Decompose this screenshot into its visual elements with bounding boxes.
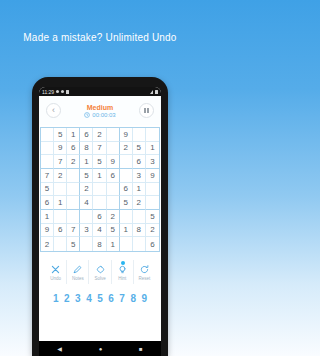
- solve-button[interactable]: Solve: [88, 260, 110, 284]
- cell-r7c3[interactable]: [67, 210, 80, 224]
- cell-r2c6[interactable]: [107, 142, 120, 156]
- cell-r5c4[interactable]: 2: [80, 183, 93, 197]
- cell-r3c6[interactable]: 9: [107, 155, 120, 169]
- undo-button[interactable]: Undo: [45, 260, 66, 284]
- cell-r5c9[interactable]: [146, 183, 159, 197]
- tool-label: Reset: [139, 276, 151, 281]
- numpad-5[interactable]: 5: [97, 293, 103, 304]
- cell-r7c5[interactable]: 6: [93, 210, 106, 224]
- cell-r8c3[interactable]: 7: [67, 224, 80, 238]
- undo-icon: [50, 264, 61, 275]
- cell-r1c8[interactable]: [133, 128, 146, 142]
- cell-r6c3[interactable]: [67, 196, 80, 210]
- cell-r5c8[interactable]: 1: [133, 183, 146, 197]
- tool-label: Hint: [118, 276, 126, 281]
- notes-button[interactable]: Notes: [66, 260, 88, 284]
- cell-r2c9[interactable]: 1: [146, 142, 159, 156]
- notification-icon: [56, 90, 59, 93]
- back-button[interactable]: ‹: [46, 103, 61, 118]
- cell-r1c1[interactable]: [41, 128, 54, 142]
- number-pad: 123456789: [39, 293, 161, 304]
- cell-r1c5[interactable]: 2: [93, 128, 106, 142]
- hint-badge: [121, 261, 125, 265]
- cell-r8c5[interactable]: 4: [93, 224, 106, 238]
- cell-r9c1[interactable]: 2: [41, 237, 54, 251]
- status-time: 11:29: [42, 89, 54, 95]
- cell-r4c7[interactable]: [120, 169, 133, 183]
- notes-icon: [72, 264, 83, 275]
- cell-r9c3[interactable]: 5: [67, 237, 80, 251]
- cell-r2c7[interactable]: 2: [120, 142, 133, 156]
- reset-icon: [139, 264, 150, 275]
- cell-r2c1[interactable]: [41, 142, 54, 156]
- cell-r4c5[interactable]: 1: [93, 169, 106, 183]
- hint-button[interactable]: Hint: [111, 260, 133, 284]
- back-icon: ‹: [52, 106, 55, 115]
- pause-icon: [144, 108, 149, 113]
- cell-r3c8[interactable]: 6: [133, 155, 146, 169]
- cell-r7c1[interactable]: 1: [41, 210, 54, 224]
- cell-r9c8[interactable]: [133, 237, 146, 251]
- cell-r4c3[interactable]: [67, 169, 80, 183]
- cell-r2c3[interactable]: 6: [67, 142, 80, 156]
- cell-r5c5[interactable]: [93, 183, 106, 197]
- tool-label: Undo: [50, 276, 61, 281]
- battery-icon: [155, 90, 158, 94]
- solve-icon: [95, 264, 106, 275]
- cell-r6c6[interactable]: [107, 196, 120, 210]
- cell-r1c7[interactable]: 9: [120, 128, 133, 142]
- cell-r7c2[interactable]: [54, 210, 67, 224]
- cell-r1c6[interactable]: [107, 128, 120, 142]
- phone-screen: 11:29 ‹ Medium 00:00:03: [39, 87, 161, 356]
- tool-label: Solve: [94, 276, 105, 281]
- phone-mockup: 11:29 ‹ Medium 00:00:03: [32, 77, 168, 356]
- cell-r5c7[interactable]: 6: [120, 183, 133, 197]
- cell-r4c6[interactable]: 6: [107, 169, 120, 183]
- cell-r8c6[interactable]: 5: [107, 224, 120, 238]
- notification-icon: [61, 90, 64, 93]
- numpad-7[interactable]: 7: [119, 293, 125, 304]
- cell-r1c4[interactable]: 6: [80, 128, 93, 142]
- cell-r5c2[interactable]: [54, 183, 67, 197]
- cell-r9c2[interactable]: [54, 237, 67, 251]
- cell-r6c1[interactable]: 6: [41, 196, 54, 210]
- tool-label: Notes: [72, 276, 84, 281]
- pause-button[interactable]: [139, 103, 154, 118]
- cell-r9c4[interactable]: [80, 237, 93, 251]
- cell-r7c8[interactable]: [133, 210, 146, 224]
- cell-r5c1[interactable]: 5: [41, 183, 54, 197]
- cell-r8c7[interactable]: 1: [120, 224, 133, 238]
- wifi-icon: [150, 90, 153, 94]
- cell-r6c7[interactable]: 5: [120, 196, 133, 210]
- cell-r6c2[interactable]: 1: [54, 196, 67, 210]
- cell-r4c1[interactable]: 7: [41, 169, 54, 183]
- cell-r7c9[interactable]: 5: [146, 210, 159, 224]
- cell-r6c4[interactable]: 4: [80, 196, 93, 210]
- home-icon[interactable]: ●: [99, 346, 103, 352]
- cell-r3c4[interactable]: 1: [80, 155, 93, 169]
- timer-value: 00:00:03: [92, 112, 115, 118]
- cell-r4c4[interactable]: 5: [80, 169, 93, 183]
- cell-r3c9[interactable]: 3: [146, 155, 159, 169]
- cell-r8c1[interactable]: 9: [41, 224, 54, 238]
- cell-r5c6[interactable]: [107, 183, 120, 197]
- status-bar: 11:29: [39, 87, 161, 96]
- notification-icon: [66, 90, 69, 94]
- cell-r2c5[interactable]: 7: [93, 142, 106, 156]
- cell-r3c5[interactable]: 5: [93, 155, 106, 169]
- cell-r9c9[interactable]: 6: [146, 237, 159, 251]
- clock-icon: [84, 112, 90, 118]
- cell-r1c3[interactable]: 1: [67, 128, 80, 142]
- cell-r3c2[interactable]: 7: [54, 155, 67, 169]
- cell-r1c2[interactable]: 5: [54, 128, 67, 142]
- cell-r9c7[interactable]: [120, 237, 133, 251]
- game-header: ‹ Medium 00:00:03: [39, 96, 161, 125]
- cell-r6c9[interactable]: [146, 196, 159, 210]
- cell-r8c8[interactable]: 8: [133, 224, 146, 238]
- cell-r3c7[interactable]: [120, 155, 133, 169]
- numpad-1[interactable]: 1: [53, 293, 59, 304]
- reset-button[interactable]: Reset: [133, 260, 155, 284]
- cell-r2c8[interactable]: 5: [133, 142, 146, 156]
- cell-r7c7[interactable]: [120, 210, 133, 224]
- cell-r8c4[interactable]: 3: [80, 224, 93, 238]
- numpad-4[interactable]: 4: [86, 293, 92, 304]
- cell-r5c3[interactable]: [67, 183, 80, 197]
- numpad-9[interactable]: 9: [141, 293, 147, 304]
- difficulty-label: Medium: [84, 104, 115, 111]
- numpad-6[interactable]: 6: [108, 293, 114, 304]
- cell-r7c4[interactable]: [80, 210, 93, 224]
- cell-r6c8[interactable]: 2: [133, 196, 146, 210]
- cell-r3c3[interactable]: 2: [67, 155, 80, 169]
- cell-r4c9[interactable]: 9: [146, 169, 159, 183]
- cell-r9c5[interactable]: 8: [93, 237, 106, 251]
- cell-r4c8[interactable]: 3: [133, 169, 146, 183]
- cell-r9c6[interactable]: 1: [107, 237, 120, 251]
- android-nav-bar: ◀●■: [39, 341, 161, 356]
- numpad-8[interactable]: 8: [130, 293, 136, 304]
- cell-r2c2[interactable]: 9: [54, 142, 67, 156]
- hint-icon: [117, 264, 128, 275]
- cell-r4c2[interactable]: 2: [54, 169, 67, 183]
- cell-r3c1[interactable]: [41, 155, 54, 169]
- cell-r2c4[interactable]: 8: [80, 142, 93, 156]
- toolbar: UndoNotesSolveHintReset: [45, 260, 155, 284]
- recents-icon[interactable]: ■: [139, 346, 143, 352]
- cell-r6c5[interactable]: [93, 196, 106, 210]
- back-icon[interactable]: ◀: [57, 346, 62, 352]
- cell-r1c9[interactable]: [146, 128, 159, 142]
- cell-r8c9[interactable]: 2: [146, 224, 159, 238]
- cell-r7c6[interactable]: 2: [107, 210, 120, 224]
- cell-r8c2[interactable]: 6: [54, 224, 67, 238]
- numpad-2[interactable]: 2: [64, 293, 70, 304]
- sudoku-board: 5162996872517215963725163952616145216259…: [40, 127, 160, 252]
- promo-headline: Made a mistake? Unlimited Undo: [0, 32, 200, 43]
- numpad-3[interactable]: 3: [75, 293, 81, 304]
